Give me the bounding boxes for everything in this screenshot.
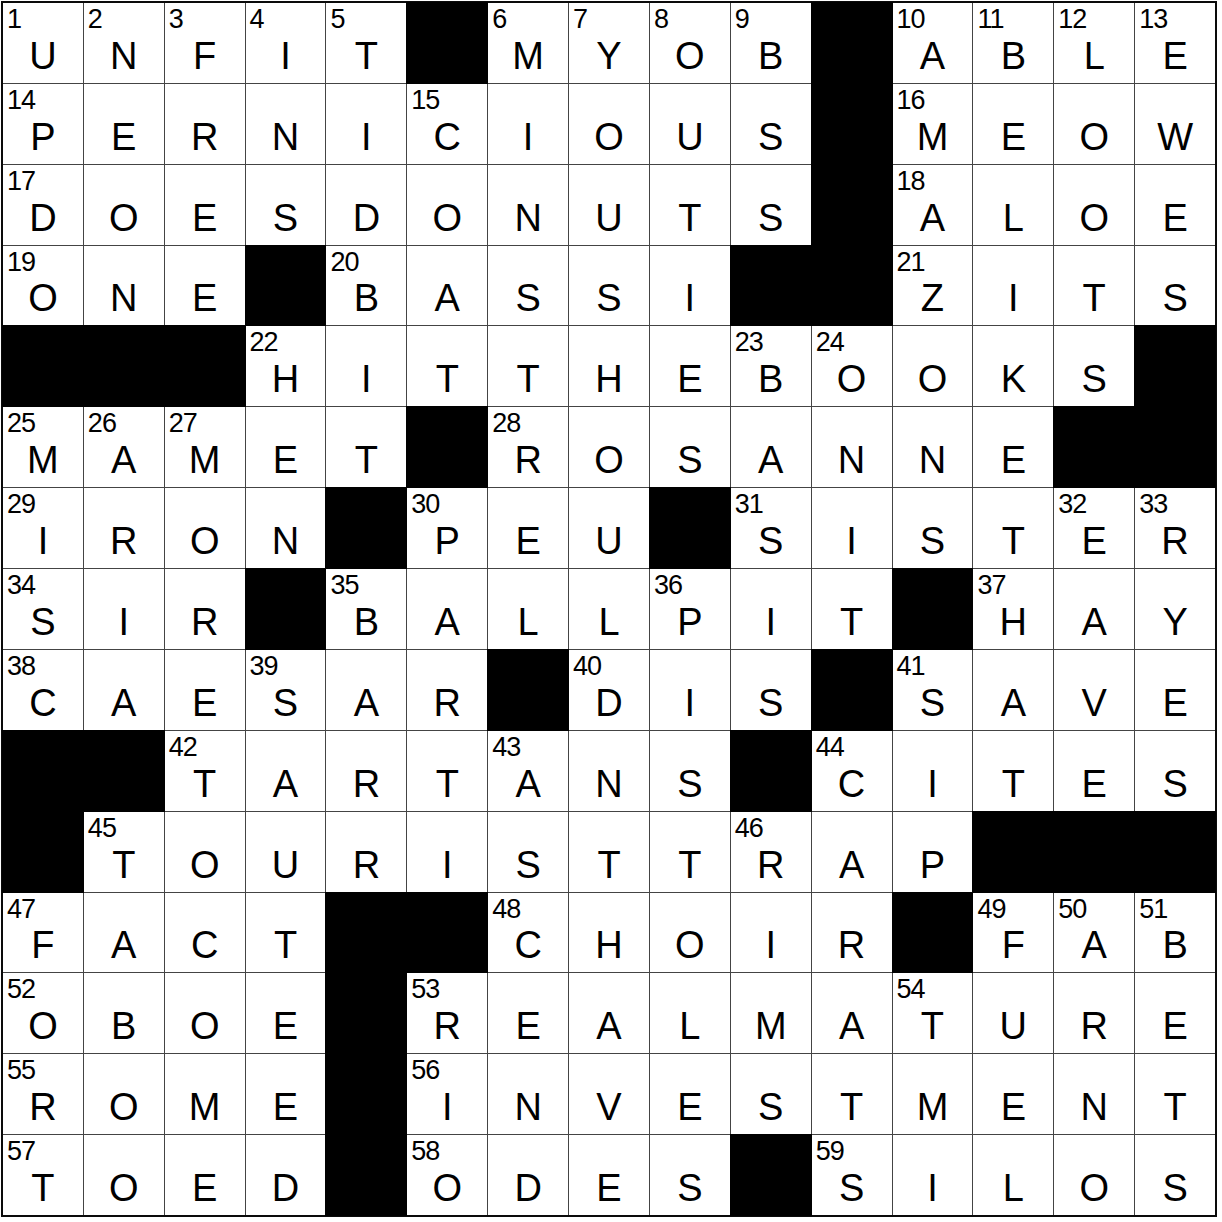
cell-r15c15[interactable]: S: [1135, 1135, 1215, 1215]
block-r11c15: [1135, 812, 1215, 892]
clue-number: 10: [897, 3, 925, 37]
cell-letter: I: [973, 279, 1053, 317]
cell-r14c3[interactable]: M: [165, 1054, 245, 1134]
cell-letter: N: [569, 765, 649, 803]
cell-r2c9[interactable]: U: [650, 84, 730, 164]
cell-r15c8[interactable]: E: [569, 1135, 649, 1215]
cell-r1c8[interactable]: 7Y: [569, 3, 649, 83]
cell-letter: T: [326, 441, 406, 479]
cell-letter: S: [488, 279, 568, 317]
cell-letter: U: [246, 846, 326, 884]
cell-r12c11[interactable]: R: [812, 893, 892, 973]
cell-r6c10[interactable]: A: [731, 407, 811, 487]
cell-r7c15[interactable]: 33R: [1135, 488, 1215, 568]
cell-letter: S: [3, 603, 83, 641]
cell-r15c3[interactable]: E: [165, 1135, 245, 1215]
cell-r5c6[interactable]: T: [407, 326, 487, 406]
cell-letter: N: [84, 37, 164, 75]
cell-r11c7[interactable]: S: [488, 812, 568, 892]
cell-r7c10[interactable]: 31S: [731, 488, 811, 568]
cell-letter: B: [326, 279, 406, 317]
clue-number: 42: [169, 731, 197, 765]
cell-r10c14[interactable]: E: [1054, 731, 1134, 811]
cell-r10c13[interactable]: T: [973, 731, 1053, 811]
cell-r8c1[interactable]: 34S: [3, 569, 83, 649]
cell-r6c7[interactable]: 28R: [488, 407, 568, 487]
cell-letter: L: [488, 603, 568, 641]
cell-r11c4[interactable]: U: [246, 812, 326, 892]
cell-r7c12[interactable]: S: [893, 488, 973, 568]
cell-letter: S: [650, 1169, 730, 1207]
clue-number: 8: [654, 3, 668, 37]
cell-r5c5[interactable]: I: [326, 326, 406, 406]
cell-letter: C: [165, 926, 245, 964]
cell-letter: A: [488, 765, 568, 803]
cell-letter: E: [973, 118, 1053, 156]
cell-r4c13[interactable]: I: [973, 246, 1053, 326]
cell-r2c13[interactable]: E: [973, 84, 1053, 164]
cell-r14c13[interactable]: E: [973, 1054, 1053, 1134]
cell-r14c8[interactable]: V: [569, 1054, 649, 1134]
cell-letter: M: [731, 1007, 811, 1045]
cell-r3c2[interactable]: O: [84, 165, 164, 245]
cell-letter: H: [569, 926, 649, 964]
cell-r9c3[interactable]: E: [165, 650, 245, 730]
clue-number: 46: [735, 812, 763, 846]
cell-r13c1[interactable]: 52O: [3, 973, 83, 1053]
cell-r9c8[interactable]: 40D: [569, 650, 649, 730]
cell-letter: I: [812, 522, 892, 560]
cell-r5c14[interactable]: S: [1054, 326, 1134, 406]
cell-r14c4[interactable]: E: [246, 1054, 326, 1134]
cell-letter: T: [812, 1088, 892, 1126]
cell-r1c3[interactable]: 3F: [165, 3, 245, 83]
cell-r11c12[interactable]: P: [893, 812, 973, 892]
cell-r15c2[interactable]: O: [84, 1135, 164, 1215]
cell-letter: V: [569, 1088, 649, 1126]
cell-r9c15[interactable]: E: [1135, 650, 1215, 730]
cell-r11c6[interactable]: I: [407, 812, 487, 892]
cell-letter: E: [165, 199, 245, 237]
block-r5c3: [165, 326, 245, 406]
cell-r1c10[interactable]: 9B: [731, 3, 811, 83]
cell-r15c7[interactable]: D: [488, 1135, 568, 1215]
cell-r6c5[interactable]: T: [326, 407, 406, 487]
cell-r3c8[interactable]: U: [569, 165, 649, 245]
cell-r12c7[interactable]: 48C: [488, 893, 568, 973]
cell-r4c8[interactable]: S: [569, 246, 649, 326]
cell-r2c10[interactable]: S: [731, 84, 811, 164]
cell-letter: O: [165, 522, 245, 560]
cell-letter: O: [569, 118, 649, 156]
cell-r7c6[interactable]: 30P: [407, 488, 487, 568]
cell-r7c13[interactable]: T: [973, 488, 1053, 568]
cell-r3c4[interactable]: S: [246, 165, 326, 245]
cell-r12c13[interactable]: 49F: [973, 893, 1053, 973]
clue-number: 3: [169, 3, 183, 37]
cell-r10c6[interactable]: T: [407, 731, 487, 811]
cell-letter: T: [973, 522, 1053, 560]
cell-r8c8[interactable]: L: [569, 569, 649, 649]
cell-r5c11[interactable]: 24O: [812, 326, 892, 406]
cell-letter: N: [1054, 1088, 1134, 1126]
cell-r3c12[interactable]: 18A: [893, 165, 973, 245]
cell-letter: A: [407, 603, 487, 641]
cell-r4c1[interactable]: 19O: [3, 246, 83, 326]
cell-r8c14[interactable]: A: [1054, 569, 1134, 649]
cell-r4c3[interactable]: E: [165, 246, 245, 326]
cell-r8c6[interactable]: A: [407, 569, 487, 649]
cell-r13c8[interactable]: A: [569, 973, 649, 1053]
cell-letter: E: [165, 684, 245, 722]
cell-r4c9[interactable]: I: [650, 246, 730, 326]
cell-r11c8[interactable]: T: [569, 812, 649, 892]
cell-r9c2[interactable]: A: [84, 650, 164, 730]
cell-r7c8[interactable]: U: [569, 488, 649, 568]
block-r15c5: [326, 1135, 406, 1215]
cell-r4c12[interactable]: 21Z: [893, 246, 973, 326]
cell-r13c2[interactable]: B: [84, 973, 164, 1053]
clue-number: 24: [816, 326, 844, 360]
cell-r14c12[interactable]: M: [893, 1054, 973, 1134]
cell-letter: K: [973, 360, 1053, 398]
cell-r7c7[interactable]: E: [488, 488, 568, 568]
cell-r5c10[interactable]: 23B: [731, 326, 811, 406]
cell-r9c14[interactable]: V: [1054, 650, 1134, 730]
cell-r1c13[interactable]: 11B: [973, 3, 1053, 83]
cell-r12c15[interactable]: 51B: [1135, 893, 1215, 973]
cell-r7c14[interactable]: 32E: [1054, 488, 1134, 568]
cell-r13c13[interactable]: U: [973, 973, 1053, 1053]
clue-number: 30: [411, 488, 439, 522]
cell-r9c5[interactable]: A: [326, 650, 406, 730]
cell-r8c15[interactable]: Y: [1135, 569, 1215, 649]
cell-r13c3[interactable]: O: [165, 973, 245, 1053]
clue-number: 54: [897, 973, 925, 1007]
cell-letter: E: [165, 279, 245, 317]
cell-r10c12[interactable]: I: [893, 731, 973, 811]
cell-letter: M: [165, 1088, 245, 1126]
cell-r1c4[interactable]: 4I: [246, 3, 326, 83]
cell-r8c9[interactable]: 36P: [650, 569, 730, 649]
cell-letter: A: [1054, 926, 1134, 964]
block-r4c4: [246, 246, 326, 326]
cell-letter: L: [973, 1169, 1053, 1207]
cell-r3c13[interactable]: L: [973, 165, 1053, 245]
cell-r12c14[interactable]: 50A: [1054, 893, 1134, 973]
cell-r13c6[interactable]: 53R: [407, 973, 487, 1053]
cell-r14c14[interactable]: N: [1054, 1054, 1134, 1134]
clue-number: 23: [735, 326, 763, 360]
cell-r7c4[interactable]: N: [246, 488, 326, 568]
cell-r10c9[interactable]: S: [650, 731, 730, 811]
cell-r9c6[interactable]: R: [407, 650, 487, 730]
clue-number: 16: [897, 84, 925, 118]
cell-r8c13[interactable]: 37H: [973, 569, 1053, 649]
block-r12c12: [893, 893, 973, 973]
cell-r3c3[interactable]: E: [165, 165, 245, 245]
cell-r3c10[interactable]: S: [731, 165, 811, 245]
clue-number: 20: [330, 246, 358, 280]
clue-number: 39: [250, 650, 278, 684]
block-r7c9: [650, 488, 730, 568]
cell-r10c11[interactable]: 44C: [812, 731, 892, 811]
cell-r10c7[interactable]: 43A: [488, 731, 568, 811]
cell-letter: S: [731, 684, 811, 722]
cell-r13c9[interactable]: L: [650, 973, 730, 1053]
cell-letter: L: [973, 199, 1053, 237]
cell-r10c5[interactable]: R: [326, 731, 406, 811]
clue-number: 40: [573, 650, 601, 684]
cell-letter: I: [246, 37, 326, 75]
cell-r12c9[interactable]: O: [650, 893, 730, 973]
cell-r1c12[interactable]: 10A: [893, 3, 973, 83]
cell-letter: T: [84, 846, 164, 884]
cell-r15c14[interactable]: O: [1054, 1135, 1134, 1215]
cell-r10c4[interactable]: A: [246, 731, 326, 811]
cell-r1c5[interactable]: 5T: [326, 3, 406, 83]
clue-number: 6: [492, 3, 506, 37]
block-r8c4: [246, 569, 326, 649]
cell-r5c13[interactable]: K: [973, 326, 1053, 406]
cell-r14c2[interactable]: O: [84, 1054, 164, 1134]
cell-letter: E: [246, 1088, 326, 1126]
cell-r6c3[interactable]: 27M: [165, 407, 245, 487]
cell-letter: T: [650, 199, 730, 237]
cell-r14c11[interactable]: T: [812, 1054, 892, 1134]
cell-letter: E: [569, 1169, 649, 1207]
cell-r8c2[interactable]: I: [84, 569, 164, 649]
cell-r6c11[interactable]: N: [812, 407, 892, 487]
cell-r2c5[interactable]: I: [326, 84, 406, 164]
cell-r6c2[interactable]: 26A: [84, 407, 164, 487]
cell-letter: M: [893, 118, 973, 156]
cell-letter: T: [3, 1169, 83, 1207]
cell-r4c15[interactable]: S: [1135, 246, 1215, 326]
cell-r8c5[interactable]: 35B: [326, 569, 406, 649]
cell-r5c9[interactable]: E: [650, 326, 730, 406]
cell-r3c14[interactable]: O: [1054, 165, 1134, 245]
cell-r7c11[interactable]: I: [812, 488, 892, 568]
cell-r14c1[interactable]: 55R: [3, 1054, 83, 1134]
cell-letter: E: [84, 118, 164, 156]
cell-r15c11[interactable]: 59S: [812, 1135, 892, 1215]
cell-r12c3[interactable]: C: [165, 893, 245, 973]
cell-r8c7[interactable]: L: [488, 569, 568, 649]
cell-letter: P: [407, 522, 487, 560]
cell-letter: U: [569, 199, 649, 237]
cell-letter: S: [893, 684, 973, 722]
cell-r15c6[interactable]: 58O: [407, 1135, 487, 1215]
cell-r13c12[interactable]: 54T: [893, 973, 973, 1053]
cell-r2c1[interactable]: 14P: [3, 84, 83, 164]
clue-number: 28: [492, 407, 520, 441]
cell-r4c6[interactable]: A: [407, 246, 487, 326]
cell-r7c3[interactable]: O: [165, 488, 245, 568]
cell-r4c5[interactable]: 20B: [326, 246, 406, 326]
cell-letter: R: [1135, 522, 1215, 560]
cell-r13c7[interactable]: E: [488, 973, 568, 1053]
cell-letter: B: [84, 1007, 164, 1045]
cell-r15c4[interactable]: D: [246, 1135, 326, 1215]
cell-r9c1[interactable]: 38C: [3, 650, 83, 730]
cell-letter: U: [973, 1007, 1053, 1045]
clue-number: 25: [7, 407, 35, 441]
cell-letter: A: [893, 37, 973, 75]
cell-r4c2[interactable]: N: [84, 246, 164, 326]
cell-r9c10[interactable]: S: [731, 650, 811, 730]
clue-number: 29: [7, 488, 35, 522]
cell-r9c12[interactable]: 41S: [893, 650, 973, 730]
cell-letter: D: [3, 199, 83, 237]
cell-r4c7[interactable]: S: [488, 246, 568, 326]
cell-r5c12[interactable]: O: [893, 326, 973, 406]
cell-r6c9[interactable]: S: [650, 407, 730, 487]
cell-letter: R: [488, 441, 568, 479]
clue-number: 44: [816, 731, 844, 765]
cell-r14c7[interactable]: N: [488, 1054, 568, 1134]
cell-r14c9[interactable]: E: [650, 1054, 730, 1134]
cell-letter: N: [246, 522, 326, 560]
cell-r2c14[interactable]: O: [1054, 84, 1134, 164]
cell-r14c15[interactable]: T: [1135, 1054, 1215, 1134]
cell-r5c8[interactable]: H: [569, 326, 649, 406]
cell-r12c2[interactable]: A: [84, 893, 164, 973]
clue-number: 13: [1139, 3, 1167, 37]
cell-r13c10[interactable]: M: [731, 973, 811, 1053]
block-r11c14: [1054, 812, 1134, 892]
cell-r11c9[interactable]: T: [650, 812, 730, 892]
cell-r10c8[interactable]: N: [569, 731, 649, 811]
cell-r1c15[interactable]: 13E: [1135, 3, 1215, 83]
cell-r1c1[interactable]: 1U: [3, 3, 83, 83]
cell-r1c9[interactable]: 8O: [650, 3, 730, 83]
clue-number: 32: [1058, 488, 1086, 522]
cell-r15c13[interactable]: L: [973, 1135, 1053, 1215]
clue-number: 22: [250, 326, 278, 360]
cell-letter: H: [246, 360, 326, 398]
cell-r5c7[interactable]: T: [488, 326, 568, 406]
cell-r6c8[interactable]: O: [569, 407, 649, 487]
cell-r9c13[interactable]: A: [973, 650, 1053, 730]
cell-r13c15[interactable]: E: [1135, 973, 1215, 1053]
cell-r3c9[interactable]: T: [650, 165, 730, 245]
cell-r13c14[interactable]: R: [1054, 973, 1134, 1053]
cell-r2c3[interactable]: R: [165, 84, 245, 164]
cell-letter: N: [488, 199, 568, 237]
cell-r3c15[interactable]: E: [1135, 165, 1215, 245]
cell-r4c14[interactable]: T: [1054, 246, 1134, 326]
clue-number: 18: [897, 165, 925, 199]
cell-letter: E: [1054, 522, 1134, 560]
cell-r14c10[interactable]: S: [731, 1054, 811, 1134]
cell-r2c15[interactable]: W: [1135, 84, 1215, 164]
cell-r2c2[interactable]: E: [84, 84, 164, 164]
cell-r1c7[interactable]: 6M: [488, 3, 568, 83]
cell-r2c4[interactable]: N: [246, 84, 326, 164]
cell-r13c11[interactable]: A: [812, 973, 892, 1053]
cell-letter: A: [812, 1007, 892, 1045]
cell-r15c12[interactable]: I: [893, 1135, 973, 1215]
block-r2c11: [812, 84, 892, 164]
cell-r7c1[interactable]: 29I: [3, 488, 83, 568]
clue-number: 55: [7, 1054, 35, 1088]
cell-r6c12[interactable]: N: [893, 407, 973, 487]
cell-r9c4[interactable]: 39S: [246, 650, 326, 730]
cell-letter: N: [246, 118, 326, 156]
cell-r14c6[interactable]: 56I: [407, 1054, 487, 1134]
cell-r15c1[interactable]: 57T: [3, 1135, 83, 1215]
cell-r3c1[interactable]: 17D: [3, 165, 83, 245]
cell-r2c6[interactable]: 15C: [407, 84, 487, 164]
cell-r2c7[interactable]: I: [488, 84, 568, 164]
cell-r11c3[interactable]: O: [165, 812, 245, 892]
cell-r3c7[interactable]: N: [488, 165, 568, 245]
cell-letter: E: [650, 1088, 730, 1126]
cell-letter: Z: [893, 279, 973, 317]
cell-r8c3[interactable]: R: [165, 569, 245, 649]
cell-letter: A: [246, 765, 326, 803]
cell-r11c10[interactable]: 46R: [731, 812, 811, 892]
cell-r11c2[interactable]: 45T: [84, 812, 164, 892]
block-r12c6: [407, 893, 487, 973]
clue-number: 45: [88, 812, 116, 846]
clue-number: 7: [573, 3, 587, 37]
cell-r1c14[interactable]: 12L: [1054, 3, 1134, 83]
cell-r2c8[interactable]: O: [569, 84, 649, 164]
cell-letter: S: [650, 441, 730, 479]
cell-r10c15[interactable]: S: [1135, 731, 1215, 811]
cell-r8c10[interactable]: I: [731, 569, 811, 649]
cell-letter: C: [488, 926, 568, 964]
cell-r10c3[interactable]: 42T: [165, 731, 245, 811]
cell-r6c13[interactable]: E: [973, 407, 1053, 487]
cell-letter: T: [165, 765, 245, 803]
cell-r8c11[interactable]: T: [812, 569, 892, 649]
cell-r1c2[interactable]: 2N: [84, 3, 164, 83]
cell-letter: A: [84, 684, 164, 722]
cell-r2c12[interactable]: 16M: [893, 84, 973, 164]
cell-r6c1[interactable]: 25M: [3, 407, 83, 487]
cell-letter: N: [812, 441, 892, 479]
cell-r7c2[interactable]: R: [84, 488, 164, 568]
cell-letter: F: [3, 926, 83, 964]
cell-r9c9[interactable]: I: [650, 650, 730, 730]
cell-r12c1[interactable]: 47F: [3, 893, 83, 973]
clue-number: 1: [7, 3, 21, 37]
cell-r3c6[interactable]: O: [407, 165, 487, 245]
cell-letter: O: [165, 846, 245, 884]
cell-r11c5[interactable]: R: [326, 812, 406, 892]
cell-r6c4[interactable]: E: [246, 407, 326, 487]
cell-letter: D: [569, 684, 649, 722]
cell-r12c8[interactable]: H: [569, 893, 649, 973]
cell-r11c11[interactable]: A: [812, 812, 892, 892]
cell-letter: R: [812, 926, 892, 964]
cell-r5c4[interactable]: 22H: [246, 326, 326, 406]
cell-letter: B: [973, 37, 1053, 75]
cell-letter: R: [407, 684, 487, 722]
cell-r3c5[interactable]: D: [326, 165, 406, 245]
block-r15c10: [731, 1135, 811, 1215]
cell-r12c10[interactable]: I: [731, 893, 811, 973]
cell-letter: A: [973, 684, 1053, 722]
cell-letter: R: [1054, 1007, 1134, 1045]
cell-r13c4[interactable]: E: [246, 973, 326, 1053]
cell-letter: E: [1135, 199, 1215, 237]
cell-r15c9[interactable]: S: [650, 1135, 730, 1215]
cell-r12c4[interactable]: T: [246, 893, 326, 973]
